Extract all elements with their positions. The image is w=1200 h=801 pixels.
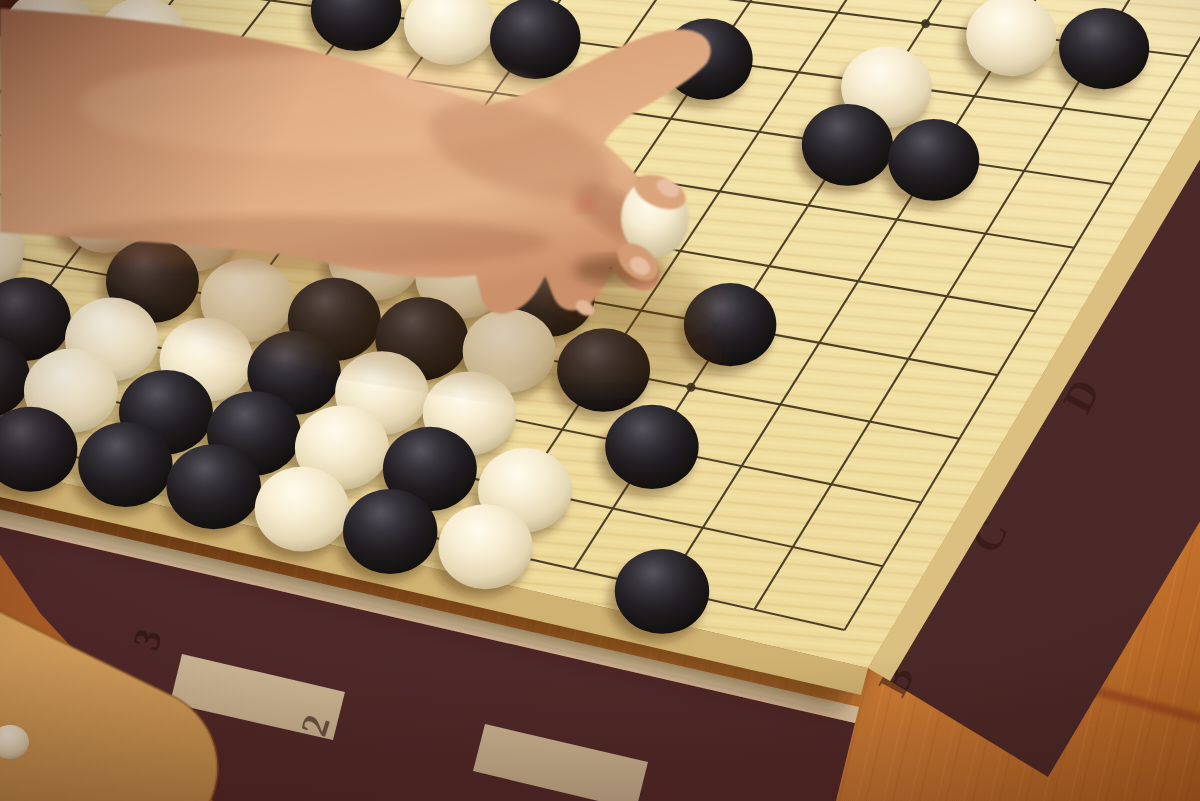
photo-stage: D C B 3 2 (0, 0, 1200, 801)
hand-layer (0, 0, 1200, 801)
knuckle-red-spot (573, 197, 597, 213)
hand-lower-shade (50, 216, 550, 268)
